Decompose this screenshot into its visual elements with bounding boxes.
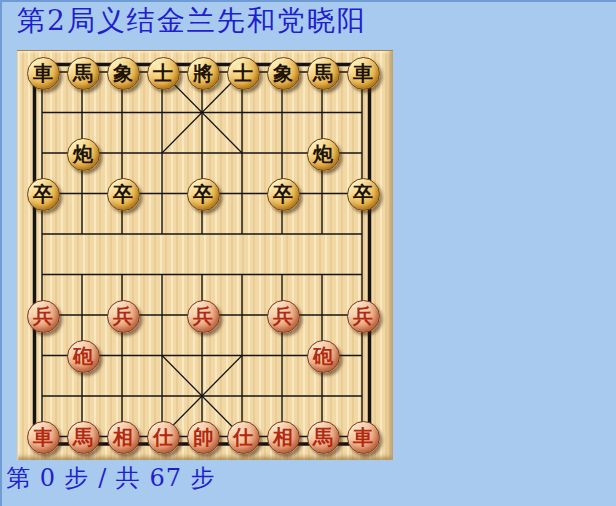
red-piece-相[interactable]: 相 [107,421,140,454]
red-piece-砲[interactable]: 砲 [67,340,100,373]
black-piece-炮[interactable]: 炮 [67,138,100,171]
black-piece-炮[interactable]: 炮 [307,138,340,171]
black-piece-士[interactable]: 士 [227,57,260,90]
black-piece-將[interactable]: 將 [187,57,220,90]
black-piece-卒[interactable]: 卒 [27,178,60,211]
black-piece-馬[interactable]: 馬 [307,57,340,90]
red-piece-兵[interactable]: 兵 [267,300,300,333]
board-grid-lines [17,50,393,460]
black-piece-士[interactable]: 士 [147,57,180,90]
black-piece-卒[interactable]: 卒 [107,178,140,211]
red-piece-車[interactable]: 車 [347,421,380,454]
red-piece-砲[interactable]: 砲 [307,340,340,373]
black-piece-卒[interactable]: 卒 [267,178,300,211]
red-piece-馬[interactable]: 馬 [307,421,340,454]
move-counter-status: 第 0 步 / 共 67 步 [6,463,216,493]
red-piece-兵[interactable]: 兵 [187,300,220,333]
black-piece-象[interactable]: 象 [107,57,140,90]
red-piece-仕[interactable]: 仕 [227,421,260,454]
game-title: 第2局义结金兰先和党晓阳 [17,5,367,37]
red-piece-相[interactable]: 相 [267,421,300,454]
black-piece-車[interactable]: 車 [27,57,60,90]
red-piece-車[interactable]: 車 [27,421,60,454]
app-window: { "game": "xiangqi", "header": { "title"… [0,0,616,506]
black-piece-馬[interactable]: 馬 [67,57,100,90]
red-piece-兵[interactable]: 兵 [27,300,60,333]
red-piece-兵[interactable]: 兵 [107,300,140,333]
black-piece-象[interactable]: 象 [267,57,300,90]
black-piece-卒[interactable]: 卒 [187,178,220,211]
black-piece-卒[interactable]: 卒 [347,178,380,211]
red-piece-馬[interactable]: 馬 [67,421,100,454]
red-piece-帥[interactable]: 帥 [187,421,220,454]
red-piece-仕[interactable]: 仕 [147,421,180,454]
xiangqi-board[interactable]: 車馬象士將士象馬車炮炮卒卒卒卒卒兵兵兵兵兵砲砲車馬相仕帥仕相馬車 [17,50,393,460]
red-piece-兵[interactable]: 兵 [347,300,380,333]
black-piece-車[interactable]: 車 [347,57,380,90]
